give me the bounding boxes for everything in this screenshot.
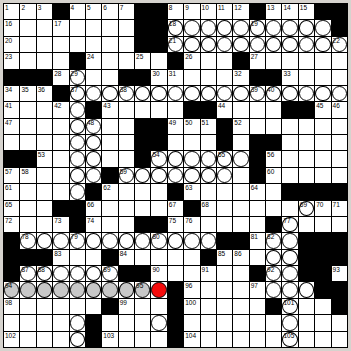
grid-cell[interactable]: [332, 332, 347, 347]
grid-cell[interactable]: [86, 250, 101, 265]
grid-cell[interactable]: 86: [233, 250, 248, 265]
grid-cell[interactable]: 65: [4, 201, 19, 216]
grid-cell[interactable]: [282, 53, 297, 68]
grid-cell[interactable]: [37, 135, 52, 150]
grid-cell[interactable]: 25: [135, 53, 150, 68]
grid-cell[interactable]: [201, 20, 216, 35]
grid-cell[interactable]: [299, 70, 314, 85]
grid-cell[interactable]: [20, 20, 35, 35]
grid-cell[interactable]: [37, 184, 52, 199]
grid-cell[interactable]: [135, 102, 150, 117]
grid-cell[interactable]: [53, 184, 68, 199]
grid-cell[interactable]: 7: [119, 4, 134, 19]
grid-cell[interactable]: [250, 299, 265, 314]
grid-cell[interactable]: 72: [4, 217, 19, 232]
grid-cell[interactable]: [168, 266, 183, 281]
grid-cell[interactable]: [151, 332, 166, 347]
grid-cell[interactable]: [102, 201, 117, 216]
grid-cell[interactable]: [250, 250, 265, 265]
grid-cell[interactable]: 67: [168, 201, 183, 216]
grid-cell[interactable]: [282, 135, 297, 150]
grid-cell[interactable]: 45: [315, 102, 330, 117]
grid-cell[interactable]: [282, 20, 297, 35]
grid-cell[interactable]: [151, 168, 166, 183]
grid-cell[interactable]: 68: [201, 201, 216, 216]
grid-cell[interactable]: [20, 102, 35, 117]
grid-cell[interactable]: [184, 315, 199, 330]
grid-cell[interactable]: [37, 168, 52, 183]
grid-cell[interactable]: [86, 299, 101, 314]
grid-cell[interactable]: [86, 168, 101, 183]
grid-cell[interactable]: [37, 37, 52, 52]
grid-cell[interactable]: [184, 135, 199, 150]
grid-cell[interactable]: 35: [20, 86, 35, 101]
grid-cell[interactable]: 82: [266, 233, 281, 248]
grid-cell[interactable]: [102, 282, 117, 297]
grid-cell[interactable]: [266, 332, 281, 347]
grid-cell[interactable]: 91: [201, 266, 216, 281]
grid-cell[interactable]: [37, 53, 52, 68]
grid-cell[interactable]: [217, 70, 232, 85]
grid-cell[interactable]: [70, 299, 85, 314]
grid-cell[interactable]: [168, 135, 183, 150]
grid-cell[interactable]: [53, 266, 68, 281]
grid-cell[interactable]: [20, 37, 35, 52]
grid-cell[interactable]: [201, 299, 216, 314]
grid-cell[interactable]: [20, 119, 35, 134]
grid-cell[interactable]: 79: [70, 233, 85, 248]
grid-cell[interactable]: [20, 201, 35, 216]
grid-cell[interactable]: 42: [53, 102, 68, 117]
grid-cell[interactable]: [201, 135, 216, 150]
grid-cell[interactable]: 69: [299, 201, 314, 216]
grid-cell[interactable]: [37, 233, 52, 248]
grid-cell[interactable]: [119, 201, 134, 216]
grid-cell[interactable]: [184, 168, 199, 183]
grid-cell[interactable]: 48: [86, 119, 101, 134]
grid-cell[interactable]: 87: [20, 266, 35, 281]
grid-cell[interactable]: 53: [37, 151, 52, 166]
grid-cell[interactable]: [282, 37, 297, 52]
grid-cell[interactable]: [266, 184, 281, 199]
grid-cell[interactable]: [119, 53, 134, 68]
grid-cell[interactable]: [70, 315, 85, 330]
grid-cell[interactable]: 9: [184, 4, 199, 19]
grid-cell[interactable]: [53, 37, 68, 52]
grid-cell[interactable]: [70, 102, 85, 117]
grid-cell[interactable]: 81: [250, 233, 265, 248]
grid-cell[interactable]: [332, 119, 347, 134]
grid-cell[interactable]: 16: [4, 20, 19, 35]
grid-cell[interactable]: 8: [168, 4, 183, 19]
grid-cell[interactable]: 102: [4, 332, 19, 347]
grid-cell[interactable]: 12: [233, 4, 248, 19]
grid-cell[interactable]: 98: [4, 299, 19, 314]
grid-cell[interactable]: 105: [282, 332, 297, 347]
grid-cell[interactable]: [20, 299, 35, 314]
grid-cell[interactable]: [102, 70, 117, 85]
grid-cell[interactable]: [250, 315, 265, 330]
grid-cell[interactable]: [315, 217, 330, 232]
grid-cell[interactable]: [20, 184, 35, 199]
grid-cell[interactable]: [86, 86, 101, 101]
grid-cell[interactable]: 90: [151, 266, 166, 281]
grid-cell[interactable]: 57: [4, 168, 19, 183]
grid-cell[interactable]: 76: [184, 217, 199, 232]
grid-cell[interactable]: 18: [168, 20, 183, 35]
grid-cell[interactable]: [37, 332, 52, 347]
grid-cell[interactable]: 23: [4, 53, 19, 68]
grid-cell[interactable]: [201, 233, 216, 248]
grid-cell[interactable]: [37, 315, 52, 330]
grid-cell[interactable]: [332, 151, 347, 166]
grid-cell[interactable]: 77: [282, 217, 297, 232]
grid-cell[interactable]: [233, 135, 248, 150]
grid-cell[interactable]: [282, 119, 297, 134]
grid-cell[interactable]: [70, 250, 85, 265]
grid-cell[interactable]: [135, 201, 150, 216]
grid-cell[interactable]: [217, 86, 232, 101]
grid-cell[interactable]: [86, 266, 101, 281]
grid-cell[interactable]: [20, 282, 35, 297]
grid-cell[interactable]: 51: [201, 119, 216, 134]
grid-cell[interactable]: 93: [332, 266, 347, 281]
grid-cell[interactable]: 4: [70, 4, 85, 19]
grid-cell[interactable]: 75: [168, 217, 183, 232]
grid-cell[interactable]: 66: [86, 201, 101, 216]
grid-cell[interactable]: [217, 37, 232, 52]
grid-cell[interactable]: [282, 266, 297, 281]
grid-cell[interactable]: 44: [217, 102, 232, 117]
grid-cell[interactable]: [299, 37, 314, 52]
grid-cell[interactable]: [119, 233, 134, 248]
grid-cell[interactable]: [299, 168, 314, 183]
grid-cell[interactable]: [70, 168, 85, 183]
grid-cell[interactable]: 5: [86, 4, 101, 19]
grid-cell[interactable]: 15: [299, 4, 314, 19]
grid-cell[interactable]: [168, 168, 183, 183]
grid-cell[interactable]: [217, 168, 232, 183]
grid-cell[interactable]: [53, 53, 68, 68]
grid-cell[interactable]: [201, 184, 216, 199]
grid-cell[interactable]: 56: [266, 151, 281, 166]
grid-cell[interactable]: [282, 250, 297, 265]
grid-cell[interactable]: 50: [184, 119, 199, 134]
grid-cell[interactable]: [20, 217, 35, 232]
grid-cell[interactable]: [315, 135, 330, 150]
grid-cell[interactable]: [299, 299, 314, 314]
grid-cell[interactable]: [250, 102, 265, 117]
grid-cell[interactable]: [37, 299, 52, 314]
grid-cell[interactable]: [201, 282, 216, 297]
grid-cell[interactable]: [53, 315, 68, 330]
grid-cell[interactable]: 14: [282, 4, 297, 19]
grid-cell[interactable]: [53, 135, 68, 150]
grid-cell[interactable]: 33: [282, 70, 297, 85]
grid-cell[interactable]: [266, 53, 281, 68]
grid-cell[interactable]: [151, 201, 166, 216]
grid-cell[interactable]: [135, 250, 150, 265]
grid-cell[interactable]: [70, 282, 85, 297]
grid-cell[interactable]: 92: [266, 266, 281, 281]
grid-cell[interactable]: [119, 135, 134, 150]
grid-cell[interactable]: [168, 250, 183, 265]
grid-cell[interactable]: [299, 315, 314, 330]
grid-cell[interactable]: 13: [266, 4, 281, 19]
grid-cell[interactable]: 3: [37, 4, 52, 19]
grid-cell[interactable]: [102, 20, 117, 35]
grid-cell[interactable]: [266, 119, 281, 134]
grid-cell[interactable]: [135, 168, 150, 183]
grid-cell[interactable]: 36: [37, 86, 52, 101]
grid-cell[interactable]: [250, 119, 265, 134]
grid-cell[interactable]: [151, 250, 166, 265]
grid-cell[interactable]: [184, 37, 199, 52]
grid-cell[interactable]: 30: [151, 70, 166, 85]
grid-cell[interactable]: [119, 20, 134, 35]
grid-cell[interactable]: 60: [266, 168, 281, 183]
grid-cell[interactable]: [37, 217, 52, 232]
grid-cell[interactable]: [37, 102, 52, 117]
grid-cell[interactable]: 94: [4, 282, 19, 297]
grid-cell[interactable]: [299, 217, 314, 232]
grid-cell[interactable]: [217, 217, 232, 232]
grid-cell[interactable]: 46: [332, 102, 347, 117]
grid-cell[interactable]: 96: [184, 282, 199, 297]
grid-cell[interactable]: [70, 266, 85, 281]
grid-cell[interactable]: [233, 102, 248, 117]
grid-cell[interactable]: 63: [184, 184, 199, 199]
grid-cell[interactable]: [102, 53, 117, 68]
grid-cell[interactable]: [282, 86, 297, 101]
grid-cell[interactable]: [102, 151, 117, 166]
grid-cell[interactable]: [4, 315, 19, 330]
grid-cell[interactable]: [299, 86, 314, 101]
grid-cell[interactable]: 70: [315, 201, 330, 216]
grid-cell[interactable]: [86, 37, 101, 52]
grid-cell[interactable]: [102, 315, 117, 330]
grid-cell[interactable]: [250, 217, 265, 232]
grid-cell[interactable]: [102, 135, 117, 150]
grid-cell[interactable]: [119, 102, 134, 117]
grid-cell[interactable]: [332, 70, 347, 85]
grid-cell[interactable]: [119, 151, 134, 166]
grid-cell[interactable]: [119, 282, 134, 297]
grid-cell[interactable]: 34: [4, 86, 19, 101]
grid-cell[interactable]: 32: [233, 70, 248, 85]
grid-cell[interactable]: [217, 184, 232, 199]
grid-cell[interactable]: [53, 119, 68, 134]
grid-cell[interactable]: [86, 135, 101, 150]
grid-cell[interactable]: [135, 332, 150, 347]
grid-cell[interactable]: 104: [184, 332, 199, 347]
grid-cell[interactable]: [70, 37, 85, 52]
grid-cell[interactable]: [266, 102, 281, 117]
grid-cell[interactable]: [217, 53, 232, 68]
grid-cell[interactable]: [86, 151, 101, 166]
grid-cell[interactable]: [266, 201, 281, 216]
grid-cell[interactable]: 47: [4, 119, 19, 134]
grid-cell[interactable]: [282, 282, 297, 297]
grid-cell[interactable]: [332, 135, 347, 150]
grid-cell[interactable]: [315, 86, 330, 101]
grid-cell[interactable]: 41: [4, 102, 19, 117]
grid-cell[interactable]: [250, 37, 265, 52]
grid-cell[interactable]: [20, 135, 35, 150]
grid-cell[interactable]: 71: [332, 201, 347, 216]
grid-cell[interactable]: [70, 151, 85, 166]
grid-cell[interactable]: [217, 315, 232, 330]
grid-cell[interactable]: [299, 135, 314, 150]
grid-cell[interactable]: [217, 266, 232, 281]
grid-cell[interactable]: [332, 217, 347, 232]
grid-cell[interactable]: 17: [53, 20, 68, 35]
grid-cell[interactable]: [266, 37, 281, 52]
grid-cell[interactable]: [217, 332, 232, 347]
grid-cell[interactable]: 6: [102, 4, 117, 19]
grid-cell[interactable]: [233, 266, 248, 281]
grid-cell[interactable]: [37, 119, 52, 134]
grid-cell[interactable]: 88: [37, 266, 52, 281]
grid-cell[interactable]: [102, 86, 117, 101]
grid-cell[interactable]: [184, 151, 199, 166]
grid-cell[interactable]: 54: [151, 151, 166, 166]
grid-cell[interactable]: [201, 332, 216, 347]
grid-cell[interactable]: 52: [233, 119, 248, 134]
grid-cell[interactable]: [135, 299, 150, 314]
grid-cell[interactable]: [299, 119, 314, 134]
grid-cell[interactable]: [299, 282, 314, 297]
grid-cell[interactable]: [201, 86, 216, 101]
grid-cell[interactable]: [217, 299, 232, 314]
grid-cell[interactable]: 85: [217, 250, 232, 265]
grid-cell[interactable]: [315, 70, 330, 85]
grid-cell[interactable]: [53, 168, 68, 183]
grid-cell[interactable]: [315, 299, 330, 314]
grid-cell[interactable]: [70, 20, 85, 35]
grid-cell[interactable]: [86, 70, 101, 85]
grid-cell[interactable]: [184, 266, 199, 281]
grid-cell[interactable]: [201, 168, 216, 183]
grid-cell[interactable]: 89: [102, 266, 117, 281]
grid-cell[interactable]: 101: [282, 299, 297, 314]
grid-cell[interactable]: 95: [135, 282, 150, 297]
grid-cell[interactable]: 99: [119, 299, 134, 314]
grid-cell[interactable]: 55: [217, 151, 232, 166]
grid-cell[interactable]: [86, 233, 101, 248]
grid-cell[interactable]: [151, 184, 166, 199]
grid-cell[interactable]: 39: [250, 86, 265, 101]
grid-cell[interactable]: [70, 332, 85, 347]
grid-cell[interactable]: [233, 332, 248, 347]
grid-cell[interactable]: [168, 102, 183, 117]
grid-cell[interactable]: [233, 168, 248, 183]
grid-cell[interactable]: [102, 37, 117, 52]
grid-cell[interactable]: [151, 102, 166, 117]
grid-cell[interactable]: 84: [119, 250, 134, 265]
grid-cell[interactable]: [102, 233, 117, 248]
grid-cell[interactable]: [315, 119, 330, 134]
grid-cell[interactable]: [315, 151, 330, 166]
grid-cell[interactable]: [266, 282, 281, 297]
grid-cell[interactable]: [86, 282, 101, 297]
grid-cell[interactable]: 58: [20, 168, 35, 183]
grid-cell[interactable]: 49: [168, 119, 183, 134]
grid-cell[interactable]: [299, 332, 314, 347]
grid-cell[interactable]: [184, 233, 199, 248]
grid-cell[interactable]: 37: [70, 86, 85, 101]
grid-cell[interactable]: [299, 151, 314, 166]
grid-cell[interactable]: 1: [4, 4, 19, 19]
grid-cell[interactable]: [201, 151, 216, 166]
grid-cell[interactable]: 43: [102, 102, 117, 117]
grid-cell[interactable]: [102, 217, 117, 232]
grid-cell[interactable]: 97: [250, 282, 265, 297]
grid-cell[interactable]: [282, 151, 297, 166]
grid-cell[interactable]: [201, 70, 216, 85]
grid-cell[interactable]: [70, 135, 85, 150]
grid-cell[interactable]: [53, 332, 68, 347]
grid-cell[interactable]: 19: [250, 20, 265, 35]
grid-cell[interactable]: [20, 315, 35, 330]
grid-cell[interactable]: [332, 168, 347, 183]
grid-cell[interactable]: [184, 20, 199, 35]
grid-cell[interactable]: [86, 20, 101, 35]
grid-cell[interactable]: [151, 282, 166, 297]
grid-cell[interactable]: [332, 315, 347, 330]
grid-cell[interactable]: [315, 332, 330, 347]
grid-cell[interactable]: [119, 332, 134, 347]
grid-cell[interactable]: [168, 233, 183, 248]
grid-cell[interactable]: [233, 299, 248, 314]
grid-cell[interactable]: [266, 20, 281, 35]
grid-cell[interactable]: [37, 282, 52, 297]
grid-cell[interactable]: [151, 53, 166, 68]
grid-cell[interactable]: 61: [4, 184, 19, 199]
grid-cell[interactable]: [119, 184, 134, 199]
grid-cell[interactable]: [119, 217, 134, 232]
grid-cell[interactable]: [201, 217, 216, 232]
grid-cell[interactable]: [151, 315, 166, 330]
grid-cell[interactable]: [233, 217, 248, 232]
grid-cell[interactable]: [282, 168, 297, 183]
grid-cell[interactable]: [233, 151, 248, 166]
grid-cell[interactable]: 62: [102, 184, 117, 199]
grid-cell[interactable]: 83: [53, 250, 68, 265]
grid-cell[interactable]: [53, 233, 68, 248]
grid-cell[interactable]: 27: [250, 53, 265, 68]
grid-cell[interactable]: [299, 20, 314, 35]
grid-cell[interactable]: [299, 53, 314, 68]
grid-cell[interactable]: [168, 86, 183, 101]
grid-cell[interactable]: [37, 201, 52, 216]
grid-cell[interactable]: [282, 201, 297, 216]
grid-cell[interactable]: 59: [119, 168, 134, 183]
grid-cell[interactable]: 21: [168, 37, 183, 52]
grid-cell[interactable]: 24: [86, 53, 101, 68]
grid-cell[interactable]: 80: [151, 233, 166, 248]
grid-cell[interactable]: [217, 201, 232, 216]
grid-cell[interactable]: 10: [201, 4, 216, 19]
grid-cell[interactable]: [20, 332, 35, 347]
grid-cell[interactable]: [233, 37, 248, 52]
grid-cell[interactable]: 28: [53, 70, 68, 85]
grid-cell[interactable]: [217, 282, 232, 297]
grid-cell[interactable]: 100: [184, 299, 199, 314]
grid-cell[interactable]: [168, 151, 183, 166]
grid-cell[interactable]: [20, 53, 35, 68]
grid-cell[interactable]: [53, 151, 68, 166]
